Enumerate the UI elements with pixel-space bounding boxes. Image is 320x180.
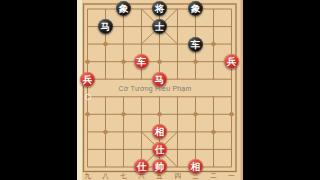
letterbox-bar-right (243, 0, 320, 180)
xiangqi-board[interactable]: 九八七六五四三二一 象将象马士车车兵兵马相仕仕帅相 Cờ Tướng Hiếu … (77, 0, 243, 180)
piece-black-general[interactable]: 将 (152, 1, 167, 16)
piece-red-pawn[interactable]: 兵 (80, 72, 95, 87)
watermark-text: Cờ Tướng Hiếu Phạm (119, 85, 192, 92)
screenshot-stage: 九八七六五四三二一 象将象马士车车兵兵马相仕仕帅相 Cờ Tướng Hiếu … (0, 0, 320, 180)
piece-black-elephant[interactable]: 象 (116, 1, 131, 16)
piece-black-chariot[interactable]: 车 (188, 37, 203, 52)
letterbox-bar-left (0, 0, 77, 180)
piece-red-chariot[interactable]: 车 (134, 54, 149, 69)
piece-red-advisor[interactable]: 仕 (152, 142, 167, 157)
piece-red-elephant[interactable]: 相 (152, 124, 167, 139)
piece-red-general[interactable]: 帅 (152, 159, 167, 174)
piece-red-advisor[interactable]: 仕 (134, 159, 149, 174)
piece-red-elephant[interactable]: 相 (188, 159, 203, 174)
piece-black-advisor[interactable]: 士 (152, 19, 167, 34)
piece-red-pawn[interactable]: 兵 (224, 54, 239, 69)
piece-black-horse[interactable]: 马 (98, 19, 113, 34)
piece-black-elephant[interactable]: 象 (188, 1, 203, 16)
